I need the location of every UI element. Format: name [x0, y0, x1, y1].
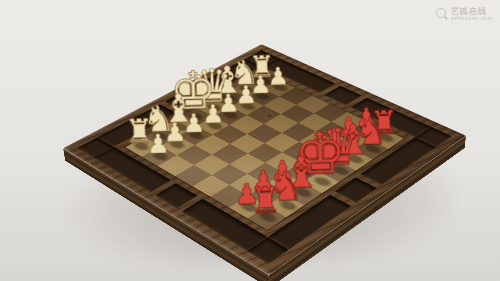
piece-tray — [323, 85, 360, 104]
board-frame: ♜♟♞♟♝♟♛♟♚♟♝♟♟♞♜♟♟♜♞♟♟♝♟♛♟♚♟♝♟♞♟♜ — [63, 44, 466, 275]
watermark: 艺狐在线 artfoxlive.com — [436, 7, 493, 22]
photo-canvas: ♜♟♞♟♝♟♛♟♚♟♝♟♟♞♜♟♟♜♞♟♟♝♟♛♟♚♟♝♟♞♟♜ 艺狐在线 ar… — [0, 0, 500, 281]
magnifier-icon — [436, 8, 448, 20]
piece-glyph: ♜ — [231, 181, 298, 218]
piece-glyph: ♟ — [127, 129, 189, 157]
scene-tilt: ♜♟♞♟♝♟♛♟♚♟♝♟♟♞♜♟♟♜♞♟♟♝♟♛♟♚♟♝♟♞♟♜ — [0, 0, 500, 281]
watermark-domain-text: artfoxlive.com — [451, 16, 493, 22]
chess-board-box: ♜♟♞♟♝♟♛♟♚♟♝♟♟♞♜♟♟♜♞♟♟♝♟♛♟♚♟♝♟♞♟♜ — [63, 44, 466, 275]
corner-tray — [415, 126, 452, 146]
